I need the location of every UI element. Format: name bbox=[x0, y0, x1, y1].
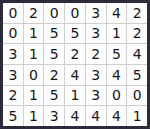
grid-cell-r1c6[interactable]: 4 bbox=[107, 3, 127, 23]
grid-cell-r6c4[interactable]: 4 bbox=[65, 106, 85, 126]
grid-cell-r1c7[interactable]: 2 bbox=[127, 3, 147, 23]
grid-cell-r1c1[interactable]: 0 bbox=[3, 3, 23, 23]
grid-cell-r6c6[interactable]: 4 bbox=[107, 106, 127, 126]
grid-cell-r1c3[interactable]: 0 bbox=[44, 3, 64, 23]
grid-cell-r2c2[interactable]: 1 bbox=[24, 24, 44, 44]
grid-cell-r5c7[interactable]: 0 bbox=[127, 86, 147, 106]
grid-cell-r1c2[interactable]: 2 bbox=[24, 3, 44, 23]
grid-cell-r5c1[interactable]: 2 bbox=[3, 86, 23, 106]
grid-cell-r4c3[interactable]: 2 bbox=[44, 65, 64, 85]
dominosa-board: 0200342015531231522543024345215130051344… bbox=[0, 0, 150, 129]
grid-cell-r2c7[interactable]: 2 bbox=[127, 24, 147, 44]
grid-cell-r4c4[interactable]: 4 bbox=[65, 65, 85, 85]
grid-cell-r4c6[interactable]: 4 bbox=[107, 65, 127, 85]
grid-cell-r3c6[interactable]: 5 bbox=[107, 44, 127, 64]
grid-cell-r2c4[interactable]: 5 bbox=[65, 24, 85, 44]
grid-cell-r4c7[interactable]: 5 bbox=[127, 65, 147, 85]
grid-cell-r6c2[interactable]: 1 bbox=[24, 106, 44, 126]
grid-cell-r3c2[interactable]: 1 bbox=[24, 44, 44, 64]
grid-cell-r5c4[interactable]: 1 bbox=[65, 86, 85, 106]
grid-cell-r6c3[interactable]: 3 bbox=[44, 106, 64, 126]
grid-cell-r1c5[interactable]: 3 bbox=[86, 3, 106, 23]
grid-cell-r5c3[interactable]: 5 bbox=[44, 86, 64, 106]
grid-cell-r5c5[interactable]: 3 bbox=[86, 86, 106, 106]
grid-cell-r3c1[interactable]: 3 bbox=[3, 44, 23, 64]
grid-cell-r2c5[interactable]: 3 bbox=[86, 24, 106, 44]
grid-cell-r6c1[interactable]: 5 bbox=[3, 106, 23, 126]
grid-cell-r3c5[interactable]: 2 bbox=[86, 44, 106, 64]
grid-cell-r5c2[interactable]: 1 bbox=[24, 86, 44, 106]
grid-cell-r2c3[interactable]: 5 bbox=[44, 24, 64, 44]
grid-cell-r4c5[interactable]: 3 bbox=[86, 65, 106, 85]
grid-cell-r2c6[interactable]: 1 bbox=[107, 24, 127, 44]
grid-cell-r4c2[interactable]: 0 bbox=[24, 65, 44, 85]
grid-cell-r2c1[interactable]: 0 bbox=[3, 24, 23, 44]
grid-cell-r6c7[interactable]: 1 bbox=[127, 106, 147, 126]
grid-cell-r5c6[interactable]: 0 bbox=[107, 86, 127, 106]
grid-cell-r4c1[interactable]: 3 bbox=[3, 65, 23, 85]
grid-cell-r3c3[interactable]: 5 bbox=[44, 44, 64, 64]
grid-cell-r3c4[interactable]: 2 bbox=[65, 44, 85, 64]
grid-cell-r6c5[interactable]: 4 bbox=[86, 106, 106, 126]
grid-cell-r3c7[interactable]: 4 bbox=[127, 44, 147, 64]
grid-cell-r1c4[interactable]: 0 bbox=[65, 3, 85, 23]
